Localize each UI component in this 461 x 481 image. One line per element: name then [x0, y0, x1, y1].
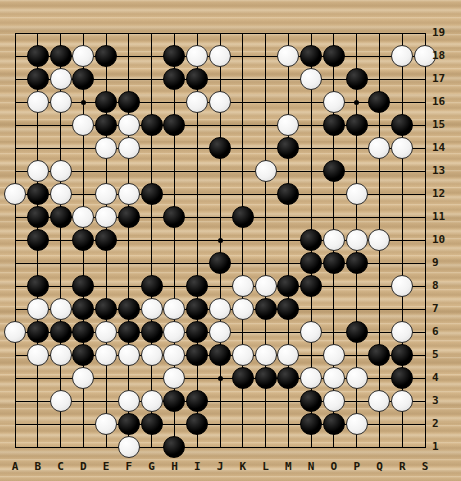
- row-label-14: 14: [432, 141, 454, 154]
- stone-white-A6: [4, 321, 26, 343]
- stone-white-G5: [141, 344, 163, 366]
- stone-black-H1: [163, 436, 185, 458]
- stone-black-O2: [323, 413, 345, 435]
- stone-black-I3: [186, 390, 208, 412]
- row-label-6: 6: [432, 325, 454, 338]
- stone-black-F2: [118, 413, 140, 435]
- stone-black-H17: [163, 68, 185, 90]
- stone-white-J7: [209, 298, 231, 320]
- stone-white-J16: [209, 91, 231, 113]
- column-label-M: M: [278, 460, 298, 473]
- stone-white-J6: [209, 321, 231, 343]
- stone-black-L7: [255, 298, 277, 320]
- row-label-1: 1: [432, 440, 454, 453]
- stone-black-N2: [300, 413, 322, 435]
- stone-black-F6: [118, 321, 140, 343]
- stone-black-E7: [95, 298, 117, 320]
- stone-white-F3: [118, 390, 140, 412]
- column-label-G: G: [142, 460, 162, 473]
- stone-white-G3: [141, 390, 163, 412]
- stone-white-C7: [50, 298, 72, 320]
- board-vline: [151, 33, 152, 448]
- stone-black-H11: [163, 206, 185, 228]
- stone-white-C13: [50, 160, 72, 182]
- row-label-11: 11: [432, 210, 454, 223]
- stone-white-M5: [277, 344, 299, 366]
- stone-white-K5: [232, 344, 254, 366]
- column-label-E: E: [96, 460, 116, 473]
- stone-white-E6: [95, 321, 117, 343]
- stone-black-C18: [50, 45, 72, 67]
- stone-white-O16: [323, 91, 345, 113]
- stone-white-P10: [346, 229, 368, 251]
- column-label-H: H: [164, 460, 184, 473]
- stone-black-M7: [277, 298, 299, 320]
- column-label-F: F: [119, 460, 139, 473]
- stone-black-N18: [300, 45, 322, 67]
- stone-white-M15: [277, 114, 299, 136]
- stone-black-B10: [27, 229, 49, 251]
- stone-white-E5: [95, 344, 117, 366]
- stone-black-J14: [209, 137, 231, 159]
- stone-white-H4: [163, 367, 185, 389]
- stone-black-I6: [186, 321, 208, 343]
- stone-white-R8: [391, 275, 413, 297]
- stone-black-I7: [186, 298, 208, 320]
- stone-white-G7: [141, 298, 163, 320]
- stone-black-O9: [323, 252, 345, 274]
- stone-white-O3: [323, 390, 345, 412]
- stone-black-P6: [346, 321, 368, 343]
- stone-white-B7: [27, 298, 49, 320]
- star-point: [218, 376, 223, 381]
- stone-white-L13: [255, 160, 277, 182]
- stone-white-A12: [4, 183, 26, 205]
- stone-black-Q16: [368, 91, 390, 113]
- row-label-15: 15: [432, 118, 454, 131]
- stone-white-R6: [391, 321, 413, 343]
- stone-black-N8: [300, 275, 322, 297]
- stone-black-B18: [27, 45, 49, 67]
- stone-white-I18: [186, 45, 208, 67]
- board-hline: [15, 171, 426, 172]
- stone-black-B6: [27, 321, 49, 343]
- row-label-9: 9: [432, 256, 454, 269]
- stone-black-E16: [95, 91, 117, 113]
- stone-white-B13: [27, 160, 49, 182]
- stone-white-M18: [277, 45, 299, 67]
- row-label-7: 7: [432, 302, 454, 315]
- row-label-5: 5: [432, 348, 454, 361]
- stone-black-F11: [118, 206, 140, 228]
- stone-black-E18: [95, 45, 117, 67]
- stone-white-P12: [346, 183, 368, 205]
- stone-black-P15: [346, 114, 368, 136]
- row-label-4: 4: [432, 371, 454, 384]
- stone-white-Q3: [368, 390, 390, 412]
- stone-white-H5: [163, 344, 185, 366]
- row-label-17: 17: [432, 72, 454, 85]
- stone-black-C11: [50, 206, 72, 228]
- stone-white-O10: [323, 229, 345, 251]
- stone-black-M4: [277, 367, 299, 389]
- stone-white-K7: [232, 298, 254, 320]
- stone-black-D10: [72, 229, 94, 251]
- stone-white-B16: [27, 91, 49, 113]
- stone-black-L4: [255, 367, 277, 389]
- star-point: [218, 238, 223, 243]
- stone-white-O4: [323, 367, 345, 389]
- row-label-8: 8: [432, 279, 454, 292]
- stone-black-G6: [141, 321, 163, 343]
- stone-black-O18: [323, 45, 345, 67]
- stone-black-M12: [277, 183, 299, 205]
- stone-black-H3: [163, 390, 185, 412]
- column-label-A: A: [5, 460, 25, 473]
- column-label-J: J: [210, 460, 230, 473]
- stone-black-R5: [391, 344, 413, 366]
- stone-black-J5: [209, 344, 231, 366]
- stone-black-F7: [118, 298, 140, 320]
- row-label-16: 16: [432, 95, 454, 108]
- stone-black-I8: [186, 275, 208, 297]
- stone-black-N9: [300, 252, 322, 274]
- stone-black-M8: [277, 275, 299, 297]
- column-label-R: R: [392, 460, 412, 473]
- stone-white-N6: [300, 321, 322, 343]
- stone-white-H7: [163, 298, 185, 320]
- star-point: [81, 100, 86, 105]
- stone-white-C12: [50, 183, 72, 205]
- column-label-P: P: [347, 460, 367, 473]
- stone-white-F5: [118, 344, 140, 366]
- stone-white-C16: [50, 91, 72, 113]
- star-point: [354, 100, 359, 105]
- column-label-O: O: [324, 460, 344, 473]
- row-label-12: 12: [432, 187, 454, 200]
- stone-white-R18: [391, 45, 413, 67]
- stone-white-Q14: [368, 137, 390, 159]
- stone-white-B5: [27, 344, 49, 366]
- stone-white-K8: [232, 275, 254, 297]
- stone-black-D8: [72, 275, 94, 297]
- stone-white-C3: [50, 390, 72, 412]
- column-label-Q: Q: [369, 460, 389, 473]
- board-hline: [15, 33, 426, 34]
- stone-white-N4: [300, 367, 322, 389]
- stone-black-E10: [95, 229, 117, 251]
- stone-black-M14: [277, 137, 299, 159]
- stone-white-H6: [163, 321, 185, 343]
- stone-white-D4: [72, 367, 94, 389]
- column-label-S: S: [415, 460, 435, 473]
- stone-black-G8: [141, 275, 163, 297]
- stone-black-K11: [232, 206, 254, 228]
- stone-black-C6: [50, 321, 72, 343]
- stone-black-I17: [186, 68, 208, 90]
- stone-black-I5: [186, 344, 208, 366]
- column-label-N: N: [301, 460, 321, 473]
- stone-black-D17: [72, 68, 94, 90]
- stone-white-E12: [95, 183, 117, 205]
- stone-white-I16: [186, 91, 208, 113]
- stone-white-J18: [209, 45, 231, 67]
- board-hline: [15, 401, 426, 402]
- stone-black-B8: [27, 275, 49, 297]
- stone-black-D6: [72, 321, 94, 343]
- stone-black-Q5: [368, 344, 390, 366]
- row-label-3: 3: [432, 394, 454, 407]
- stone-black-N3: [300, 390, 322, 412]
- stone-white-L5: [255, 344, 277, 366]
- stone-black-R4: [391, 367, 413, 389]
- stone-white-P4: [346, 367, 368, 389]
- stone-black-B11: [27, 206, 49, 228]
- column-label-C: C: [51, 460, 71, 473]
- column-label-I: I: [187, 460, 207, 473]
- stone-black-I2: [186, 413, 208, 435]
- stone-white-Q10: [368, 229, 390, 251]
- stone-white-L8: [255, 275, 277, 297]
- stone-black-O13: [323, 160, 345, 182]
- board-hline: [15, 447, 426, 448]
- stone-white-P2: [346, 413, 368, 435]
- row-label-18: 18: [432, 49, 454, 62]
- stone-black-G12: [141, 183, 163, 205]
- stone-black-J9: [209, 252, 231, 274]
- stone-black-B17: [27, 68, 49, 90]
- stone-black-H15: [163, 114, 185, 136]
- column-label-B: B: [28, 460, 48, 473]
- stone-black-D5: [72, 344, 94, 366]
- row-label-13: 13: [432, 164, 454, 177]
- board-vline: [425, 33, 426, 448]
- stone-white-D11: [72, 206, 94, 228]
- stone-black-R15: [391, 114, 413, 136]
- stone-white-F1: [118, 436, 140, 458]
- row-label-19: 19: [432, 26, 454, 39]
- stone-white-F12: [118, 183, 140, 205]
- stone-black-P9: [346, 252, 368, 274]
- stone-black-F16: [118, 91, 140, 113]
- stone-black-G15: [141, 114, 163, 136]
- stone-black-N10: [300, 229, 322, 251]
- stone-white-D15: [72, 114, 94, 136]
- row-label-2: 2: [432, 417, 454, 430]
- stone-white-N17: [300, 68, 322, 90]
- board-vline: [15, 33, 16, 448]
- stone-white-C5: [50, 344, 72, 366]
- stone-white-O5: [323, 344, 345, 366]
- stone-black-H18: [163, 45, 185, 67]
- stone-white-D18: [72, 45, 94, 67]
- stone-black-K4: [232, 367, 254, 389]
- stone-white-R14: [391, 137, 413, 159]
- stone-white-E11: [95, 206, 117, 228]
- stone-black-G2: [141, 413, 163, 435]
- stone-black-D7: [72, 298, 94, 320]
- stone-black-O15: [323, 114, 345, 136]
- stone-black-E15: [95, 114, 117, 136]
- row-label-10: 10: [432, 233, 454, 246]
- stone-white-E2: [95, 413, 117, 435]
- column-label-D: D: [73, 460, 93, 473]
- column-label-L: L: [256, 460, 276, 473]
- stone-black-B12: [27, 183, 49, 205]
- stone-white-F14: [118, 137, 140, 159]
- stone-white-R3: [391, 390, 413, 412]
- column-label-K: K: [233, 460, 253, 473]
- stone-white-C17: [50, 68, 72, 90]
- stone-white-E14: [95, 137, 117, 159]
- stone-black-P17: [346, 68, 368, 90]
- stone-white-F15: [118, 114, 140, 136]
- go-board[interactable]: ABCDEFGHIJKLMNOPQRS191817161514131211109…: [0, 0, 461, 481]
